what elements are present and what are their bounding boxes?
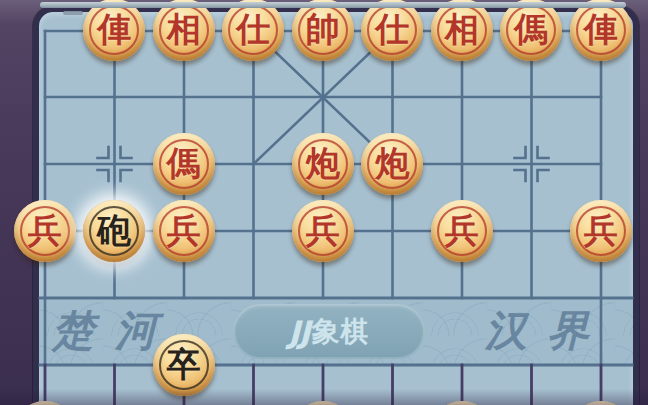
xiangqi-app-screen: 楚 河 汉 界 JJ 象棋 (0, 0, 648, 405)
piece-black-soldier-file7[interactable]: 卒 (431, 401, 493, 405)
piece-glyph: 兵 (28, 213, 62, 247)
piece-red-cannon-left[interactable]: 炮 (292, 133, 354, 195)
piece-glyph: 仕 (375, 12, 409, 46)
piece-red-elephant-right[interactable]: 相 (431, 0, 493, 61)
piece-red-horse-left[interactable]: 傌 (153, 133, 215, 195)
piece-glyph: 砲 (97, 213, 131, 247)
piece-black-cannon[interactable]: 砲 (83, 200, 145, 262)
piece-glyph: 傌 (514, 12, 548, 46)
piece-red-horse-right[interactable]: 傌 (500, 0, 562, 61)
piece-red-general[interactable]: 帥 (292, 0, 354, 61)
piece-black-soldier-file1[interactable]: 卒 (14, 401, 76, 405)
piece-red-soldier-1[interactable]: 兵 (14, 200, 76, 262)
piece-glyph: 兵 (167, 213, 201, 247)
piece-red-soldier-5[interactable]: 兵 (570, 200, 632, 262)
piece-glyph: 兵 (445, 213, 479, 247)
piece-red-soldier-3[interactable]: 兵 (292, 200, 354, 262)
piece-glyph: 炮 (306, 146, 340, 180)
piece-red-chariot-left[interactable]: 俥 (83, 0, 145, 61)
piece-red-soldier-4[interactable]: 兵 (431, 200, 493, 262)
piece-red-soldier-2[interactable]: 兵 (153, 200, 215, 262)
piece-red-cannon-right[interactable]: 炮 (361, 133, 423, 195)
piece-glyph: 相 (445, 12, 479, 46)
piece-glyph: 兵 (306, 213, 340, 247)
piece-glyph: 相 (167, 12, 201, 46)
piece-glyph: 仕 (236, 12, 270, 46)
piece-glyph: 兵 (584, 213, 618, 247)
piece-black-soldier-file5[interactable]: 卒 (292, 401, 354, 405)
piece-glyph: 俥 (97, 12, 131, 46)
piece-glyph: 帥 (306, 12, 340, 46)
piece-glyph: 炮 (375, 146, 409, 180)
piece-red-advisor-right[interactable]: 仕 (361, 0, 423, 61)
piece-red-elephant-left[interactable]: 相 (153, 0, 215, 61)
piece-black-soldier-file9[interactable]: 卒 (570, 401, 632, 405)
piece-red-advisor-left[interactable]: 仕 (222, 0, 284, 61)
piece-red-chariot-right[interactable]: 俥 (570, 0, 632, 61)
piece-glyph: 卒 (167, 347, 201, 381)
piece-glyph: 俥 (584, 12, 618, 46)
piece-black-soldier-advanced[interactable]: 卒 (153, 334, 215, 396)
piece-glyph: 傌 (167, 146, 201, 180)
piece-grid: 俥相仕帥仕相傌俥傌炮炮兵砲兵兵兵兵卒卒卒卒卒 (10, 0, 636, 405)
board-corner-dash (63, 11, 83, 15)
top-panel-edge (40, 2, 626, 8)
